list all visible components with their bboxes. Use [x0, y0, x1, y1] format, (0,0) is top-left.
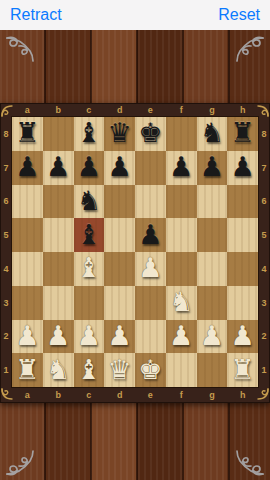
rank-label-left-2: 2 [0, 320, 12, 354]
square-e2[interactable] [135, 320, 166, 354]
square-c2[interactable]: ♟ [74, 320, 105, 354]
square-h3[interactable] [227, 286, 258, 320]
file-label-top-g: g [197, 104, 228, 116]
square-b2[interactable]: ♟ [43, 320, 74, 354]
square-c5[interactable]: ♝ [74, 218, 105, 252]
rank-label-right-8: 8 [258, 117, 270, 151]
square-h2[interactable]: ♟ [227, 320, 258, 354]
corner-flourish-icon [5, 35, 39, 63]
file-label-bottom-d: d [104, 388, 135, 402]
square-e3[interactable] [135, 286, 166, 320]
rank-label-right-7: 7 [258, 151, 270, 185]
square-g1[interactable] [197, 353, 228, 387]
square-e7[interactable] [135, 151, 166, 185]
square-g8[interactable]: ♞ [197, 117, 228, 151]
square-c1[interactable]: ♝ [74, 353, 105, 387]
square-g3[interactable] [197, 286, 228, 320]
piece-white-pawn[interactable]: ♟ [15, 322, 39, 349]
rank-label-left-1: 1 [0, 353, 12, 387]
piece-black-pawn[interactable]: ♟ [231, 153, 255, 180]
square-c6[interactable]: ♞ [74, 185, 105, 219]
file-label-top-c: c [74, 104, 105, 116]
square-b7[interactable]: ♟ [43, 151, 74, 185]
square-a5[interactable] [12, 218, 43, 252]
square-h6[interactable] [227, 185, 258, 219]
file-label-bottom-g: g [197, 388, 228, 402]
piece-black-bishop[interactable]: ♝ [77, 119, 101, 146]
square-c4[interactable]: ♝ [74, 252, 105, 286]
wood-background: abcdefgh abcdefgh 87654321 87654321 ♜♝♛♚… [0, 30, 270, 480]
square-h5[interactable] [227, 218, 258, 252]
piece-white-pawn[interactable]: ♟ [108, 322, 132, 349]
file-label-bottom-c: c [74, 388, 105, 402]
rank-label-right-5: 5 [258, 218, 270, 252]
rank-label-left-3: 3 [0, 286, 12, 320]
retract-button[interactable]: Retract [10, 6, 62, 24]
file-label-top-e: e [135, 104, 166, 116]
square-g4[interactable] [197, 252, 228, 286]
piece-white-knight[interactable]: ♞ [169, 288, 193, 315]
square-b6[interactable] [43, 185, 74, 219]
file-labels-bottom: abcdefgh [12, 388, 258, 402]
piece-black-bishop[interactable]: ♝ [77, 221, 101, 248]
corner-flourish-icon [5, 449, 39, 477]
piece-white-pawn[interactable]: ♟ [77, 322, 101, 349]
square-f4[interactable] [166, 252, 197, 286]
rank-labels-left: 87654321 [0, 117, 12, 387]
square-f8[interactable] [166, 117, 197, 151]
file-label-top-b: b [43, 104, 74, 116]
file-label-top-a: a [12, 104, 43, 116]
square-e8[interactable]: ♚ [135, 117, 166, 151]
rank-label-right-3: 3 [258, 286, 270, 320]
piece-white-bishop[interactable]: ♝ [77, 254, 101, 281]
square-b1[interactable]: ♞ [43, 353, 74, 387]
square-c8[interactable]: ♝ [74, 117, 105, 151]
square-h8[interactable]: ♜ [227, 117, 258, 151]
square-a2[interactable]: ♟ [12, 320, 43, 354]
piece-white-bishop[interactable]: ♝ [77, 356, 101, 383]
square-g6[interactable] [197, 185, 228, 219]
rank-label-left-8: 8 [0, 117, 12, 151]
piece-black-pawn[interactable]: ♟ [15, 153, 39, 180]
square-a8[interactable]: ♜ [12, 117, 43, 151]
file-label-bottom-e: e [135, 388, 166, 402]
file-labels-top: abcdefgh [12, 104, 258, 116]
square-d2[interactable]: ♟ [104, 320, 135, 354]
file-label-bottom-f: f [166, 388, 197, 402]
file-label-bottom-b: b [43, 388, 74, 402]
square-a7[interactable]: ♟ [12, 151, 43, 185]
square-b8[interactable] [43, 117, 74, 151]
square-d8[interactable]: ♛ [104, 117, 135, 151]
piece-white-pawn[interactable]: ♟ [200, 322, 224, 349]
file-label-bottom-a: a [12, 388, 43, 402]
piece-black-pawn[interactable]: ♟ [169, 153, 193, 180]
square-d6[interactable] [104, 185, 135, 219]
square-c7[interactable]: ♟ [74, 151, 105, 185]
piece-black-pawn[interactable]: ♟ [77, 153, 101, 180]
square-a1[interactable]: ♜ [12, 353, 43, 387]
piece-black-pawn[interactable]: ♟ [108, 153, 132, 180]
piece-black-pawn[interactable]: ♟ [200, 153, 224, 180]
piece-white-queen[interactable]: ♛ [108, 356, 132, 383]
corner-flourish-icon [231, 449, 265, 477]
file-label-top-f: f [166, 104, 197, 116]
corner-flourish-icon [231, 35, 265, 63]
square-h1[interactable]: ♜ [227, 353, 258, 387]
piece-white-pawn[interactable]: ♟ [169, 322, 193, 349]
piece-black-knight[interactable]: ♞ [200, 119, 224, 146]
piece-black-rook[interactable]: ♜ [15, 119, 39, 146]
square-e6[interactable] [135, 185, 166, 219]
piece-white-pawn[interactable]: ♟ [138, 254, 162, 281]
square-a4[interactable] [12, 252, 43, 286]
square-d4[interactable] [104, 252, 135, 286]
rank-label-right-1: 1 [258, 353, 270, 387]
square-e4[interactable]: ♟ [135, 252, 166, 286]
piece-black-queen[interactable]: ♛ [108, 119, 132, 146]
piece-black-king[interactable]: ♚ [138, 119, 162, 146]
piece-black-pawn[interactable]: ♟ [46, 153, 70, 180]
piece-white-pawn[interactable]: ♟ [231, 322, 255, 349]
square-g7[interactable]: ♟ [197, 151, 228, 185]
square-g5[interactable] [197, 218, 228, 252]
square-d3[interactable] [104, 286, 135, 320]
square-b4[interactable] [43, 252, 74, 286]
square-e1[interactable]: ♚ [135, 353, 166, 387]
board-corner-ornament-icon [257, 387, 269, 400]
square-a6[interactable] [12, 185, 43, 219]
piece-white-rook[interactable]: ♜ [15, 356, 39, 383]
board-squares: ♜♝♛♚♞♜♟♟♟♟♟♟♟♞♝♟♝♟♞♟♟♟♟♟♟♟♜♞♝♛♚♜ [12, 117, 258, 387]
square-f2[interactable]: ♟ [166, 320, 197, 354]
square-h4[interactable] [227, 252, 258, 286]
rank-label-right-6: 6 [258, 185, 270, 219]
square-c3[interactable] [74, 286, 105, 320]
top-toolbar: Retract Reset [0, 0, 270, 30]
square-f6[interactable] [166, 185, 197, 219]
square-d5[interactable] [104, 218, 135, 252]
file-label-top-d: d [104, 104, 135, 116]
piece-white-pawn[interactable]: ♟ [46, 322, 70, 349]
square-d7[interactable]: ♟ [104, 151, 135, 185]
piece-black-pawn[interactable]: ♟ [138, 221, 162, 248]
square-b3[interactable] [43, 286, 74, 320]
rank-label-left-7: 7 [0, 151, 12, 185]
square-g2[interactable]: ♟ [197, 320, 228, 354]
piece-black-rook[interactable]: ♜ [231, 119, 255, 146]
piece-white-knight[interactable]: ♞ [46, 356, 70, 383]
square-e5[interactable]: ♟ [135, 218, 166, 252]
square-f7[interactable]: ♟ [166, 151, 197, 185]
rank-label-left-5: 5 [0, 218, 12, 252]
rank-labels-right: 87654321 [258, 117, 270, 387]
file-label-bottom-h: h [227, 388, 258, 402]
square-f5[interactable] [166, 218, 197, 252]
square-b5[interactable] [43, 218, 74, 252]
file-label-top-h: h [227, 104, 258, 116]
rank-label-right-4: 4 [258, 252, 270, 286]
square-a3[interactable] [12, 286, 43, 320]
rank-label-left-4: 4 [0, 252, 12, 286]
chess-board: abcdefgh abcdefgh 87654321 87654321 ♜♝♛♚… [0, 103, 270, 403]
rank-label-left-6: 6 [0, 185, 12, 219]
square-d1[interactable]: ♛ [104, 353, 135, 387]
piece-black-knight[interactable]: ♞ [77, 187, 101, 214]
reset-button[interactable]: Reset [218, 6, 260, 24]
piece-white-rook[interactable]: ♜ [231, 356, 255, 383]
piece-white-king[interactable]: ♚ [138, 356, 162, 383]
square-h7[interactable]: ♟ [227, 151, 258, 185]
square-f3[interactable]: ♞ [166, 286, 197, 320]
square-f1[interactable] [166, 353, 197, 387]
rank-label-right-2: 2 [258, 320, 270, 354]
